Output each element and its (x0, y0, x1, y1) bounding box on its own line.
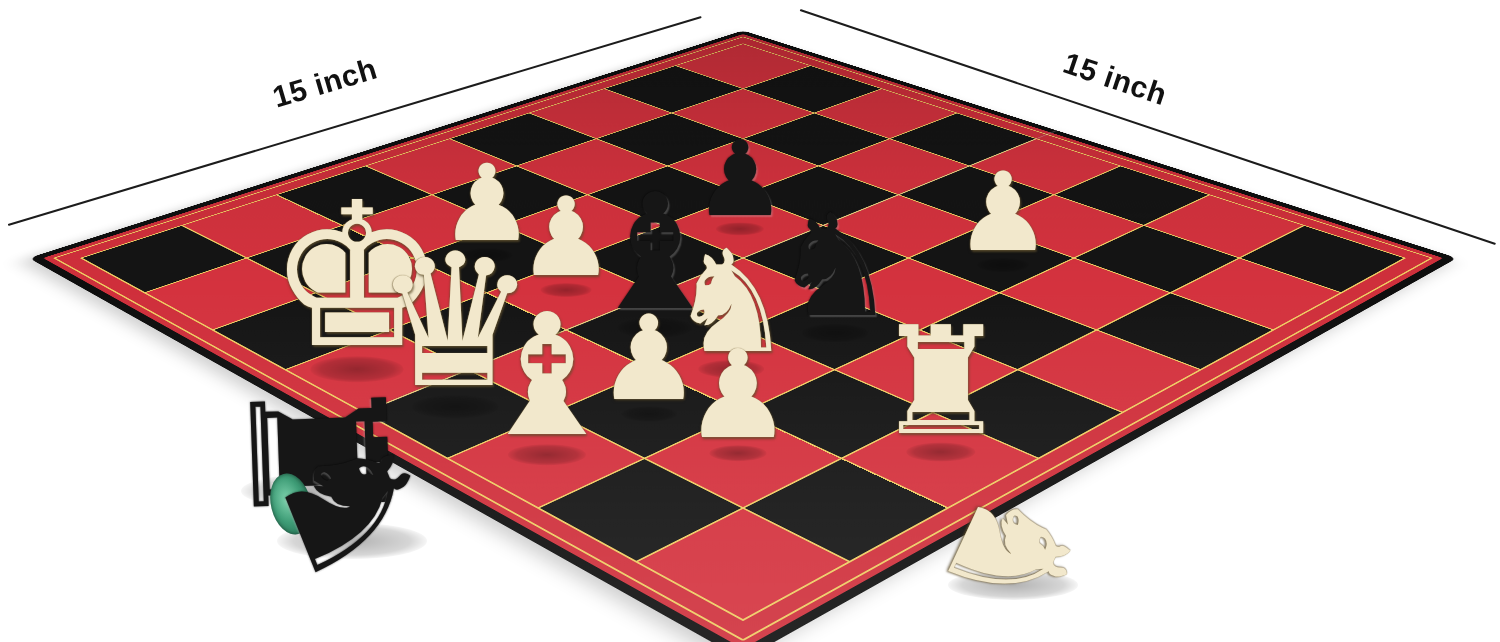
board-field (80, 43, 1407, 621)
right-dimension-label: 15 inch (1043, 41, 1187, 118)
white-knight-fallen-shadow (948, 570, 1078, 600)
chess-board (29, 30, 1457, 642)
left-dimension-label: 15 inch (253, 47, 397, 119)
board-border-band (43, 34, 1443, 642)
felt-base (264, 469, 318, 539)
black-rook-fallen-shadow (241, 474, 391, 508)
black-knight-fallen-shadow (277, 523, 427, 559)
board-outer-rim (29, 30, 1457, 642)
product-photo: ♟♟♟♟♝♞♚♞♛♟♜♟♝♜♞♞ 15 inch 15 inch (0, 0, 1500, 642)
